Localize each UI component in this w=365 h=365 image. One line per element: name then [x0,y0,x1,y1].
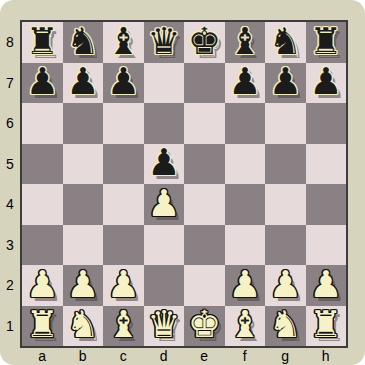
square-e2[interactable] [184,265,225,306]
file-label-a: a [22,347,63,364]
square-b5[interactable] [63,144,104,185]
square-h3[interactable] [306,225,347,266]
piece-white-pawn[interactable]: ♟ [26,266,59,303]
square-f4[interactable] [225,184,266,225]
piece-white-pawn[interactable]: ♟ [309,266,342,303]
square-f1[interactable]: ♝ [225,306,266,347]
rank-label-7: 7 [0,63,20,104]
square-e8[interactable]: ♚ [184,22,225,63]
square-c2[interactable]: ♟ [103,265,144,306]
rank-label-6: 6 [0,103,20,144]
piece-white-rook[interactable]: ♜ [26,306,59,343]
piece-black-pawn[interactable]: ♟ [26,63,59,100]
square-f7[interactable]: ♟ [225,63,266,104]
piece-black-knight[interactable]: ♞ [66,23,99,60]
square-a7[interactable]: ♟ [22,63,63,104]
square-b1[interactable]: ♞ [63,306,104,347]
rank-label-1: 1 [0,306,20,347]
file-label-f: f [225,347,266,364]
square-d5[interactable]: ♟ [144,144,185,185]
square-a5[interactable] [22,144,63,185]
piece-white-queen[interactable]: ♛ [147,306,180,343]
square-g4[interactable] [265,184,306,225]
square-g3[interactable] [265,225,306,266]
square-a2[interactable]: ♟ [22,265,63,306]
piece-black-pawn[interactable]: ♟ [107,63,140,100]
piece-white-knight[interactable]: ♞ [66,306,99,343]
square-g1[interactable]: ♞ [265,306,306,347]
file-label-b: b [63,347,104,364]
rank-label-4: 4 [0,184,20,225]
square-f2[interactable]: ♟ [225,265,266,306]
square-e4[interactable] [184,184,225,225]
square-h1[interactable]: ♜ [306,306,347,347]
square-a3[interactable] [22,225,63,266]
file-label-h: h [306,347,347,364]
piece-black-rook[interactable]: ♜ [309,23,342,60]
piece-black-pawn[interactable]: ♟ [147,144,180,181]
piece-white-knight[interactable]: ♞ [269,306,302,343]
piece-black-pawn[interactable]: ♟ [269,63,302,100]
square-g5[interactable] [265,144,306,185]
square-b8[interactable]: ♞ [63,22,104,63]
square-d8[interactable]: ♛ [144,22,185,63]
square-d1[interactable]: ♛ [144,306,185,347]
square-h2[interactable]: ♟ [306,265,347,306]
board-frame: 87654321 ♜♞♝♛♚♝♞♜♟♟♟♟♟♟♟♟♟♟♟♟♟♟♜♞♝♛♚♝♞♜ … [0,0,365,365]
square-e5[interactable] [184,144,225,185]
file-labels: abcdefgh [22,347,346,364]
piece-black-rook[interactable]: ♜ [26,23,59,60]
rank-label-8: 8 [0,22,20,63]
square-a8[interactable]: ♜ [22,22,63,63]
square-b4[interactable] [63,184,104,225]
square-c5[interactable] [103,144,144,185]
piece-white-pawn[interactable]: ♟ [228,266,261,303]
square-f3[interactable] [225,225,266,266]
square-c6[interactable] [103,103,144,144]
piece-white-pawn[interactable]: ♟ [269,266,302,303]
piece-white-pawn[interactable]: ♟ [147,185,180,222]
square-h6[interactable] [306,103,347,144]
square-d3[interactable] [144,225,185,266]
square-h7[interactable]: ♟ [306,63,347,104]
square-b7[interactable]: ♟ [63,63,104,104]
piece-white-rook[interactable]: ♜ [309,306,342,343]
piece-black-queen[interactable]: ♛ [147,23,180,60]
piece-black-knight[interactable]: ♞ [269,23,302,60]
square-g2[interactable]: ♟ [265,265,306,306]
square-c8[interactable]: ♝ [103,22,144,63]
square-a6[interactable] [22,103,63,144]
piece-white-king[interactable]: ♚ [188,306,221,343]
piece-black-pawn[interactable]: ♟ [228,63,261,100]
square-h5[interactable] [306,144,347,185]
square-d7[interactable] [144,63,185,104]
square-g6[interactable] [265,103,306,144]
file-label-d: d [144,347,185,364]
square-e3[interactable] [184,225,225,266]
square-f5[interactable] [225,144,266,185]
square-g7[interactable]: ♟ [265,63,306,104]
square-e1[interactable]: ♚ [184,306,225,347]
square-g8[interactable]: ♞ [265,22,306,63]
file-label-c: c [103,347,144,364]
square-d2[interactable] [144,265,185,306]
file-label-e: e [184,347,225,364]
file-label-g: g [265,347,306,364]
square-c4[interactable] [103,184,144,225]
square-b6[interactable] [63,103,104,144]
square-e7[interactable] [184,63,225,104]
piece-black-bishop[interactable]: ♝ [107,23,140,60]
square-b2[interactable]: ♟ [63,265,104,306]
square-f6[interactable] [225,103,266,144]
rank-label-2: 2 [0,265,20,306]
piece-black-pawn[interactable]: ♟ [309,63,342,100]
square-f8[interactable]: ♝ [225,22,266,63]
piece-white-pawn[interactable]: ♟ [66,266,99,303]
square-e6[interactable] [184,103,225,144]
square-h4[interactable] [306,184,347,225]
piece-white-bishop[interactable]: ♝ [107,306,140,343]
square-a1[interactable]: ♜ [22,306,63,347]
square-c3[interactable] [103,225,144,266]
piece-white-bishop[interactable]: ♝ [228,306,261,343]
rank-labels: 87654321 [0,22,20,346]
square-d4[interactable]: ♟ [144,184,185,225]
piece-black-pawn[interactable]: ♟ [66,63,99,100]
square-c7[interactable]: ♟ [103,63,144,104]
chess-board: ♜♞♝♛♚♝♞♜♟♟♟♟♟♟♟♟♟♟♟♟♟♟♜♞♝♛♚♝♞♜ [20,20,348,348]
piece-black-bishop[interactable]: ♝ [228,23,261,60]
square-b3[interactable] [63,225,104,266]
square-d6[interactable] [144,103,185,144]
rank-label-3: 3 [0,225,20,266]
square-h8[interactable]: ♜ [306,22,347,63]
piece-black-king[interactable]: ♚ [188,23,221,60]
square-a4[interactable] [22,184,63,225]
rank-label-5: 5 [0,144,20,185]
square-c1[interactable]: ♝ [103,306,144,347]
piece-white-pawn[interactable]: ♟ [107,266,140,303]
